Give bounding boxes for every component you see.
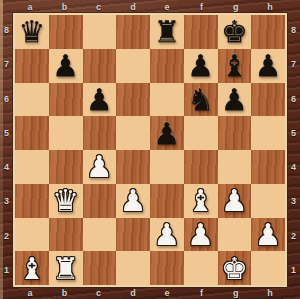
file-label-bottom-h: h [253, 286, 287, 299]
square-b4[interactable] [49, 150, 83, 184]
square-g4[interactable] [218, 150, 252, 184]
square-c7[interactable] [83, 49, 117, 83]
file-label-bottom-g: g [219, 286, 253, 299]
piece-black-pawn-g6[interactable]: ♟ [221, 83, 248, 116]
square-e3[interactable] [150, 184, 184, 218]
square-b2[interactable] [49, 218, 83, 252]
square-e7[interactable] [150, 49, 184, 83]
square-h1[interactable] [251, 251, 285, 285]
piece-black-king-g8[interactable]: ♚ [221, 15, 248, 48]
square-a6[interactable] [15, 83, 49, 117]
square-g6[interactable]: ♟ [218, 83, 252, 117]
square-h8[interactable] [251, 15, 285, 49]
rank-label-left-5: 5 [0, 116, 13, 150]
piece-white-bishop-a1[interactable]: ♝ [18, 252, 45, 285]
piece-white-pawn-f2[interactable]: ♟ [187, 218, 214, 251]
rank-label-left-3: 3 [0, 184, 13, 218]
square-b5[interactable] [49, 116, 83, 150]
file-label-top-h: h [253, 0, 287, 13]
piece-black-knight-f6[interactable]: ♞ [187, 83, 214, 116]
square-c8[interactable] [83, 15, 117, 49]
square-g1[interactable]: ♚ [218, 251, 252, 285]
square-d3[interactable]: ♟ [116, 184, 150, 218]
file-labels-bottom: abcdefgh [13, 286, 287, 299]
square-h4[interactable] [251, 150, 285, 184]
square-c4[interactable]: ♟ [83, 150, 117, 184]
rank-label-right-2: 2 [287, 219, 300, 253]
piece-black-pawn-h7[interactable]: ♟ [255, 49, 282, 82]
file-label-top-e: e [150, 0, 184, 13]
square-e4[interactable] [150, 150, 184, 184]
square-f4[interactable] [184, 150, 218, 184]
square-g5[interactable] [218, 116, 252, 150]
file-label-top-f: f [184, 0, 218, 13]
rank-label-right-5: 5 [287, 116, 300, 150]
piece-black-pawn-c6[interactable]: ♟ [86, 83, 113, 116]
rank-labels-left: 87654321 [0, 13, 13, 287]
square-h3[interactable] [251, 184, 285, 218]
piece-black-bishop-g7[interactable]: ♝ [221, 49, 248, 82]
piece-white-pawn-c4[interactable]: ♟ [86, 150, 113, 183]
square-f6[interactable]: ♞ [184, 83, 218, 117]
rank-label-left-7: 7 [0, 47, 13, 81]
piece-black-queen-a8[interactable]: ♛ [18, 15, 45, 48]
file-label-bottom-f: f [184, 286, 218, 299]
square-d4[interactable] [116, 150, 150, 184]
chess-board-frame: ♛♜♚♟♟♝♟♟♞♟♟♟♛♟♝♟♟♟♟♝♜♚ [13, 13, 287, 287]
square-g3[interactable]: ♟ [218, 184, 252, 218]
square-g2[interactable] [218, 218, 252, 252]
square-h5[interactable] [251, 116, 285, 150]
square-h7[interactable]: ♟ [251, 49, 285, 83]
file-label-top-b: b [47, 0, 81, 13]
square-a2[interactable] [15, 218, 49, 252]
file-label-top-c: c [82, 0, 116, 13]
square-d6[interactable] [116, 83, 150, 117]
piece-white-pawn-e2[interactable]: ♟ [153, 218, 180, 251]
file-label-top-g: g [219, 0, 253, 13]
piece-white-king-g1[interactable]: ♚ [221, 252, 248, 285]
square-c5[interactable] [83, 116, 117, 150]
file-label-bottom-b: b [47, 286, 81, 299]
rank-labels-right: 87654321 [287, 13, 300, 287]
rank-label-left-4: 4 [0, 150, 13, 184]
square-h2[interactable]: ♟ [251, 218, 285, 252]
square-a8[interactable]: ♛ [15, 15, 49, 49]
file-labels-top: abcdefgh [13, 0, 287, 13]
square-d1[interactable] [116, 251, 150, 285]
square-f5[interactable] [184, 116, 218, 150]
square-e1[interactable] [150, 251, 184, 285]
piece-black-pawn-f7[interactable]: ♟ [187, 49, 214, 82]
piece-white-rook-b1[interactable]: ♜ [52, 252, 79, 285]
file-label-top-a: a [13, 0, 47, 13]
rank-label-right-6: 6 [287, 82, 300, 116]
square-b6[interactable] [49, 83, 83, 117]
file-label-bottom-e: e [150, 286, 184, 299]
rank-label-right-3: 3 [287, 184, 300, 218]
square-g7[interactable]: ♝ [218, 49, 252, 83]
square-e8[interactable]: ♜ [150, 15, 184, 49]
square-b3[interactable]: ♛ [49, 184, 83, 218]
square-a4[interactable] [15, 150, 49, 184]
file-label-bottom-c: c [82, 286, 116, 299]
chess-board[interactable]: ♛♜♚♟♟♝♟♟♞♟♟♟♛♟♝♟♟♟♟♝♜♚ [15, 15, 285, 285]
square-g8[interactable]: ♚ [218, 15, 252, 49]
piece-white-queen-b3[interactable]: ♛ [52, 184, 79, 217]
square-b7[interactable]: ♟ [49, 49, 83, 83]
file-label-bottom-d: d [116, 286, 150, 299]
square-d2[interactable] [116, 218, 150, 252]
square-a1[interactable]: ♝ [15, 251, 49, 285]
square-a3[interactable] [15, 184, 49, 218]
rank-label-right-4: 4 [287, 150, 300, 184]
square-e6[interactable] [150, 83, 184, 117]
square-b8[interactable] [49, 15, 83, 49]
square-c6[interactable]: ♟ [83, 83, 117, 117]
square-d8[interactable] [116, 15, 150, 49]
square-f1[interactable] [184, 251, 218, 285]
square-c3[interactable] [83, 184, 117, 218]
rank-label-left-2: 2 [0, 219, 13, 253]
square-a5[interactable] [15, 116, 49, 150]
square-e2[interactable]: ♟ [150, 218, 184, 252]
square-d7[interactable] [116, 49, 150, 83]
rank-label-left-8: 8 [0, 13, 13, 47]
square-f3[interactable]: ♝ [184, 184, 218, 218]
rank-label-left-1: 1 [0, 253, 13, 287]
square-c1[interactable] [83, 251, 117, 285]
rank-label-right-8: 8 [287, 13, 300, 47]
rank-label-left-6: 6 [0, 82, 13, 116]
square-h6[interactable] [251, 83, 285, 117]
rank-label-right-7: 7 [287, 47, 300, 81]
square-f7[interactable]: ♟ [184, 49, 218, 83]
piece-black-pawn-e5[interactable]: ♟ [153, 117, 180, 150]
square-b1[interactable]: ♜ [49, 251, 83, 285]
file-label-top-d: d [116, 0, 150, 13]
piece-white-bishop-f3[interactable]: ♝ [187, 184, 214, 217]
square-a7[interactable] [15, 49, 49, 83]
piece-white-pawn-g3[interactable]: ♟ [221, 184, 248, 217]
rank-label-right-1: 1 [287, 253, 300, 287]
piece-black-rook-e8[interactable]: ♜ [153, 15, 180, 48]
square-d5[interactable] [116, 116, 150, 150]
square-f8[interactable] [184, 15, 218, 49]
piece-white-pawn-d3[interactable]: ♟ [120, 184, 147, 217]
square-e5[interactable]: ♟ [150, 116, 184, 150]
piece-white-pawn-h2[interactable]: ♟ [255, 218, 282, 251]
piece-black-pawn-b7[interactable]: ♟ [52, 49, 79, 82]
chess-app-window: abcdefgh abcdefgh 87654321 87654321 ♛♜♚♟… [0, 0, 300, 299]
square-f2[interactable]: ♟ [184, 218, 218, 252]
square-c2[interactable] [83, 218, 117, 252]
file-label-bottom-a: a [13, 286, 47, 299]
